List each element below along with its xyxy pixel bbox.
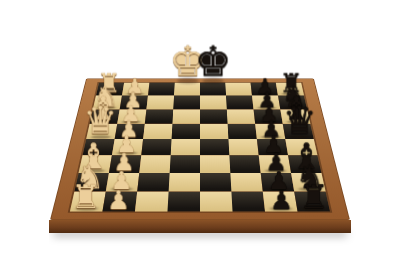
board-grid: ♜♟♟♜♞♟♟♞♝♟♟♝♛♟♟♛♟♟♝♟♟♝♞♟♟♞♜♟♟♜: [70, 83, 330, 212]
board-square[interactable]: [200, 139, 229, 155]
board-square[interactable]: [200, 83, 226, 96]
chess-board: ♜♟♟♜♞♟♟♞♝♟♟♝♛♟♟♛♟♟♝♟♟♝♞♟♟♞♜♟♟♜ ♚♚: [50, 79, 350, 220]
board-square[interactable]: [200, 173, 231, 192]
black-king-display[interactable]: ♚: [188, 41, 237, 82]
black-rook[interactable]: ♜: [278, 180, 350, 213]
board-square[interactable]: [172, 109, 200, 123]
board-square[interactable]: [200, 109, 228, 123]
piece-shadow: [202, 78, 224, 83]
board-square[interactable]: [170, 155, 200, 172]
board-square[interactable]: [173, 96, 200, 110]
white-pawn[interactable]: ♟: [82, 187, 154, 213]
board-square[interactable]: [200, 124, 228, 139]
board-square[interactable]: [200, 191, 233, 211]
board-square[interactable]: [167, 191, 200, 211]
board-square[interactable]: [169, 173, 200, 192]
board-square[interactable]: [172, 124, 200, 139]
board-square[interactable]: [200, 96, 227, 110]
board-square[interactable]: [171, 139, 200, 155]
board-square[interactable]: [174, 83, 200, 96]
board-frame: ♜♟♟♜♞♟♟♞♝♟♟♝♛♟♟♛♟♟♝♟♟♝♞♟♟♞♜♟♟♜ ♚♚: [50, 79, 350, 220]
board-square[interactable]: ♟: [102, 191, 137, 211]
board-square[interactable]: ♜: [294, 191, 330, 211]
board-square[interactable]: [200, 155, 230, 172]
board-front-edge: [49, 220, 351, 233]
chess-set-photo: ♜♟♟♜♞♟♟♞♝♟♟♝♛♟♟♛♟♟♝♟♟♝♞♟♟♞♜♟♟♜ ♚♚: [0, 0, 400, 267]
